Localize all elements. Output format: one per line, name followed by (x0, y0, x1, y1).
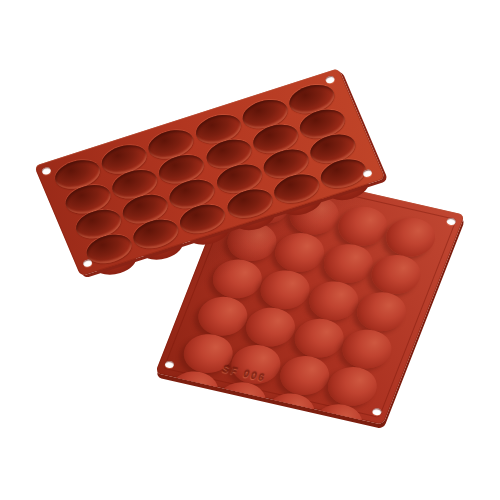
dome-bump (269, 229, 330, 277)
dome-bump (317, 240, 378, 288)
dome-bump (288, 314, 349, 362)
dome-bump (240, 303, 301, 351)
dome-bump (255, 266, 316, 314)
product-photo: SF 006 (0, 0, 500, 500)
dome-bump (303, 277, 364, 325)
